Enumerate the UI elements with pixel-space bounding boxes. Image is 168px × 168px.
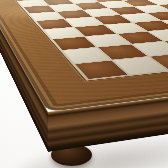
chess-board-product-photo [0, 0, 168, 168]
chess-board-box [0, 0, 168, 112]
